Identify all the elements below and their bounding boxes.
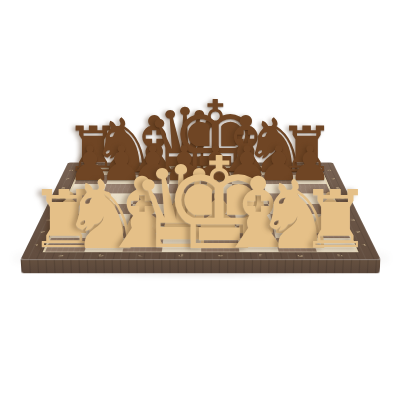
pieces-layer: ♜♞♝♛♚♝♞♜♟♟♟♟♟♟♟♟♟♟♟♟♟♟♟♟♜♞♝♛♚♝♞♜ <box>0 0 400 400</box>
piece-white-rook-h1[interactable]: ♜ <box>300 180 371 260</box>
product-photo-stage: aabbccddeeffgghh1122334455667788 ♜♞♝♛♚♝♞… <box>0 0 400 400</box>
